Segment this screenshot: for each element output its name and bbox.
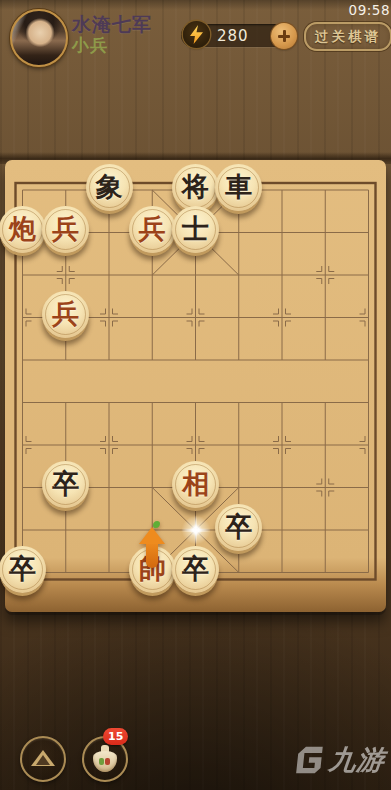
piece-将[interactable]: 将 bbox=[172, 164, 219, 211]
level-title: 水淹七军 bbox=[72, 13, 152, 35]
piece-帥[interactable]: 帥 bbox=[129, 546, 176, 593]
board-surface[interactable]: 象将車炮兵兵士兵卒相卒卒帥卒 bbox=[8, 164, 383, 596]
kifu-button-label: 过关棋谱 bbox=[315, 28, 381, 46]
9game-logo-icon bbox=[292, 744, 325, 776]
bag-count-badge: 15 bbox=[103, 728, 128, 745]
watermark: 九游 bbox=[292, 742, 387, 778]
piece-卒[interactable]: 卒 bbox=[42, 461, 89, 508]
collapse-menu-button[interactable] bbox=[20, 736, 66, 782]
piece-卒[interactable]: 卒 bbox=[0, 546, 46, 593]
piece-兵[interactable]: 兵 bbox=[42, 206, 89, 253]
piece-卒[interactable]: 卒 bbox=[172, 546, 219, 593]
watermark-text: 九游 bbox=[327, 742, 387, 778]
kifu-button[interactable]: 过关棋谱 bbox=[304, 22, 391, 51]
bottom-hud: 15 九游 bbox=[0, 730, 391, 790]
piece-車[interactable]: 車 bbox=[215, 164, 262, 211]
piece-士[interactable]: 士 bbox=[172, 206, 219, 253]
clock: 09:58 bbox=[349, 2, 390, 18]
piece-兵[interactable]: 兵 bbox=[42, 291, 89, 338]
piece-炮[interactable]: 炮 bbox=[0, 206, 46, 253]
tip-bag-icon bbox=[93, 745, 117, 772]
chevron-up-icon bbox=[31, 750, 55, 766]
game-screen: 水淹七军 小兵 280 过关棋谱 09:58 象将車炮兵兵士兵卒相卒卒帥卒 15 bbox=[0, 0, 391, 790]
board-frame: 象将車炮兵兵士兵卒相卒卒帥卒 bbox=[5, 160, 386, 612]
top-hud: 水淹七军 小兵 280 过关棋谱 09:58 bbox=[0, 0, 391, 70]
lightning-icon bbox=[183, 21, 210, 48]
avatar[interactable] bbox=[10, 9, 68, 67]
rank-label: 小兵 bbox=[72, 35, 152, 55]
energy-value: 280 bbox=[217, 27, 249, 45]
level-info: 水淹七军 小兵 bbox=[72, 13, 152, 55]
piece-象[interactable]: 象 bbox=[86, 164, 133, 211]
piece-相[interactable]: 相 bbox=[172, 461, 219, 508]
add-energy-button[interactable] bbox=[271, 23, 297, 49]
piece-兵[interactable]: 兵 bbox=[129, 206, 176, 253]
piece-卒[interactable]: 卒 bbox=[215, 504, 262, 551]
